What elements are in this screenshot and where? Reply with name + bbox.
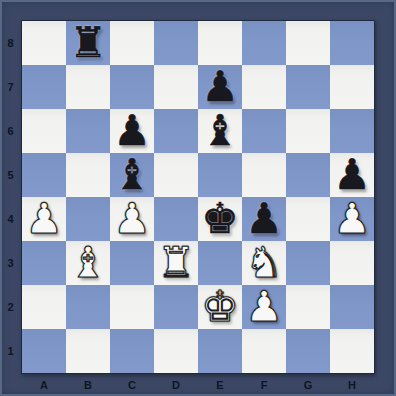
rank-label-1: 1 — [0, 329, 21, 373]
square-f3[interactable]: ♞ — [242, 241, 286, 285]
square-d7[interactable] — [154, 65, 198, 109]
piece-black-pawn[interactable]: ♟ — [333, 153, 371, 197]
square-e8[interactable] — [198, 21, 242, 65]
square-h2[interactable] — [330, 285, 374, 329]
square-f8[interactable] — [242, 21, 286, 65]
square-b1[interactable] — [66, 329, 110, 373]
square-d2[interactable] — [154, 285, 198, 329]
square-a8[interactable] — [22, 21, 66, 65]
square-d6[interactable] — [154, 109, 198, 153]
square-h8[interactable] — [330, 21, 374, 65]
piece-black-king[interactable]: ♚ — [201, 197, 239, 241]
square-c3[interactable] — [110, 241, 154, 285]
piece-white-knight[interactable]: ♞ — [245, 241, 283, 285]
piece-white-pawn[interactable]: ♟ — [113, 197, 151, 241]
square-g2[interactable] — [286, 285, 330, 329]
square-b5[interactable] — [66, 153, 110, 197]
piece-white-bishop[interactable]: ♝ — [69, 241, 107, 285]
piece-white-pawn[interactable]: ♟ — [333, 197, 371, 241]
square-e7[interactable]: ♟ — [198, 65, 242, 109]
square-c6[interactable]: ♟ — [110, 109, 154, 153]
square-h4[interactable]: ♟ — [330, 197, 374, 241]
rank-labels: 87654321 — [0, 21, 21, 373]
square-a7[interactable] — [22, 65, 66, 109]
chess-board: ♜♟♟♝♝♟♟♟♚♟♟♝♜♞♚♟ — [21, 20, 375, 374]
square-a4[interactable]: ♟ — [22, 197, 66, 241]
square-g3[interactable] — [286, 241, 330, 285]
square-b3[interactable]: ♝ — [66, 241, 110, 285]
square-h7[interactable] — [330, 65, 374, 109]
square-d4[interactable] — [154, 197, 198, 241]
square-e1[interactable] — [198, 329, 242, 373]
square-f7[interactable] — [242, 65, 286, 109]
piece-black-pawn[interactable]: ♟ — [113, 109, 151, 153]
piece-white-pawn[interactable]: ♟ — [25, 197, 63, 241]
piece-white-rook[interactable]: ♜ — [157, 241, 195, 285]
square-g5[interactable] — [286, 153, 330, 197]
square-a5[interactable] — [22, 153, 66, 197]
rank-label-5: 5 — [0, 153, 21, 197]
square-c7[interactable] — [110, 65, 154, 109]
square-f6[interactable] — [242, 109, 286, 153]
square-e4[interactable]: ♚ — [198, 197, 242, 241]
rank-label-4: 4 — [0, 197, 21, 241]
rank-label-8: 8 — [0, 21, 21, 65]
square-c8[interactable] — [110, 21, 154, 65]
piece-black-rook[interactable]: ♜ — [69, 21, 107, 65]
square-a3[interactable] — [22, 241, 66, 285]
square-c4[interactable]: ♟ — [110, 197, 154, 241]
square-b2[interactable] — [66, 285, 110, 329]
rank-label-6: 6 — [0, 109, 21, 153]
square-g7[interactable] — [286, 65, 330, 109]
file-label-b: B — [66, 374, 110, 396]
rank-label-2: 2 — [0, 285, 21, 329]
square-g1[interactable] — [286, 329, 330, 373]
square-b4[interactable] — [66, 197, 110, 241]
square-g6[interactable] — [286, 109, 330, 153]
file-label-g: G — [286, 374, 330, 396]
file-label-c: C — [110, 374, 154, 396]
file-label-d: D — [154, 374, 198, 396]
file-label-a: A — [22, 374, 66, 396]
square-h1[interactable] — [330, 329, 374, 373]
square-g8[interactable] — [286, 21, 330, 65]
piece-black-pawn[interactable]: ♟ — [201, 65, 239, 109]
square-e2[interactable]: ♚ — [198, 285, 242, 329]
square-c1[interactable] — [110, 329, 154, 373]
square-b8[interactable]: ♜ — [66, 21, 110, 65]
square-b7[interactable] — [66, 65, 110, 109]
square-a2[interactable] — [22, 285, 66, 329]
rank-label-7: 7 — [0, 65, 21, 109]
square-h3[interactable] — [330, 241, 374, 285]
square-e3[interactable] — [198, 241, 242, 285]
square-f4[interactable]: ♟ — [242, 197, 286, 241]
square-c5[interactable]: ♝ — [110, 153, 154, 197]
piece-white-king[interactable]: ♚ — [201, 285, 239, 329]
square-e6[interactable]: ♝ — [198, 109, 242, 153]
file-labels: ABCDEFGH — [22, 374, 374, 396]
board-frame: ♜♟♟♝♝♟♟♟♚♟♟♝♜♞♚♟ 87654321 ABCDEFGH — [0, 0, 396, 396]
piece-black-pawn[interactable]: ♟ — [245, 197, 283, 241]
rank-label-3: 3 — [0, 241, 21, 285]
piece-white-pawn[interactable]: ♟ — [245, 285, 283, 329]
file-label-e: E — [198, 374, 242, 396]
piece-black-bishop[interactable]: ♝ — [113, 153, 151, 197]
file-label-h: H — [330, 374, 374, 396]
square-c2[interactable] — [110, 285, 154, 329]
square-a6[interactable] — [22, 109, 66, 153]
square-e5[interactable] — [198, 153, 242, 197]
square-d8[interactable] — [154, 21, 198, 65]
square-f5[interactable] — [242, 153, 286, 197]
square-b6[interactable] — [66, 109, 110, 153]
square-g4[interactable] — [286, 197, 330, 241]
file-label-f: F — [242, 374, 286, 396]
square-f2[interactable]: ♟ — [242, 285, 286, 329]
piece-black-bishop[interactable]: ♝ — [201, 109, 239, 153]
square-h5[interactable]: ♟ — [330, 153, 374, 197]
square-f1[interactable] — [242, 329, 286, 373]
square-d5[interactable] — [154, 153, 198, 197]
square-h6[interactable] — [330, 109, 374, 153]
square-d1[interactable] — [154, 329, 198, 373]
square-d3[interactable]: ♜ — [154, 241, 198, 285]
square-a1[interactable] — [22, 329, 66, 373]
